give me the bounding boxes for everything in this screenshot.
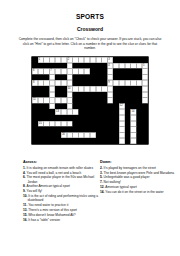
clue-item: 7. Not walking! [100,180,176,184]
clue-number: 5. [100,175,104,179]
cell-number[interactable]: 8 [33,81,34,84]
clue-item: 2. It's played by teenagers on the stree… [100,166,176,170]
clue-number: 2. [100,166,104,170]
clue-number: 10. [23,194,28,198]
cell-number[interactable]: 3 [108,58,109,61]
clue-number: 9. [23,189,27,193]
cell-number[interactable]: 5 [143,63,144,66]
clue-number: 15. [23,212,28,216]
cell-number[interactable]: 7 [50,69,51,72]
worksheet-page: SPORTS Crossword Complete the crossword,… [0,0,180,256]
clue-number: 7. [100,180,104,184]
clue-item: 8. Another American typical sport [23,184,98,188]
clue-item: 11. You need water to practice it [23,203,98,207]
clue-number: 8. [23,184,27,188]
cell-number[interactable]: 2 [68,58,69,61]
clue-item: 15. Who doesn't know Mohamed Ali? [23,212,98,216]
black-cell [142,138,148,144]
clue-item: 9. You will fly! [23,189,98,193]
clue-item: 10. It is the act of riding and performi… [23,194,98,202]
clue-item: 1. It is skating on smooth terrain with … [23,166,98,170]
clue-item: 5. Unforgettable was a good player [100,175,176,179]
clue-number: 14. [100,190,105,194]
clue-number: 4. [23,170,27,174]
clue-number: 1. [23,166,27,170]
cell-number[interactable]: 16 [62,133,65,136]
down-column: Down: 2. It's played by teenagers on the… [100,159,176,222]
cell-number[interactable]: 1 [39,58,40,61]
clue-item: 3. The best-known players were Pele and … [100,170,176,174]
cell-number[interactable]: 11 [33,98,36,101]
clue-item: 4. You will need a ball, a net and a bea… [23,170,98,174]
cell-number[interactable]: 14 [131,110,134,113]
cell-number[interactable]: 12 [120,104,123,107]
clue-item: 16. It has a "table" version [23,217,98,221]
cell-number[interactable]: 4 [108,63,109,66]
instructions-text: Complete the crossword, then click on "C… [19,37,162,50]
cell-number[interactable]: 10 [68,86,71,89]
cell-number[interactable]: 9 [108,81,109,84]
across-clue-list: 1. It is skating on smooth terrain with … [23,166,98,222]
down-header: Down: [100,159,176,164]
clue-number: 12. [100,185,105,189]
page-subtitle: Crossword [0,27,180,33]
cell-number[interactable]: 6 [33,69,34,72]
clue-number: 11. [23,203,28,207]
across-header: Across: [23,159,98,164]
clue-item: 12. American typical sport [100,185,176,189]
clue-number: 3. [100,170,104,174]
across-column: Across: 1. It is skating on smooth terra… [23,159,98,222]
cell-number[interactable]: 13 [56,110,59,113]
clue-item: 6. The most popular player in the 90s wa… [23,175,98,183]
clue-number: 13. [23,208,28,212]
down-clue-list: 2. It's played by teenagers on the stree… [100,166,176,194]
clue-item: 14. You can do it on the street or in th… [100,190,176,194]
page-title: SPORTS [0,0,180,21]
clue-number: 16. [23,217,28,221]
crossword-grid: 12345678910111213141516 [32,57,149,145]
cell-number[interactable]: 15 [39,121,42,124]
clue-item: 13. There's a mini version of this sport [23,208,98,212]
clue-section: Across: 1. It is skating on smooth terra… [0,159,180,222]
clue-number: 6. [23,175,27,179]
